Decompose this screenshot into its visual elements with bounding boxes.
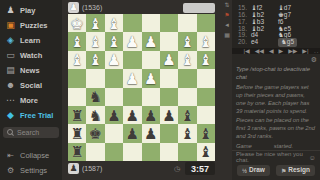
sidebar-nav: ♟Play▣Puzzles◈Learn▭Watch▤News☻Social⋯Mo…	[0, 0, 62, 123]
black-clock: 3:57	[185, 162, 215, 175]
chat-variant-message: Before the game players set up their pie…	[236, 83, 316, 140]
diamond-icon: ◆	[5, 111, 16, 120]
square[interactable]	[178, 88, 196, 106]
square[interactable]: ♟	[142, 106, 160, 124]
black-pawn-piece[interactable]: ♟	[107, 108, 120, 123]
white-bishop-piece[interactable]: ♝	[70, 34, 83, 49]
black-rook-piece[interactable]: ♜	[70, 126, 83, 141]
sidebar-item-label: News	[20, 66, 40, 75]
square[interactable]	[105, 124, 123, 142]
collapse-icon: ⇤	[5, 152, 16, 160]
white-bishop-piece[interactable]: ♝	[199, 52, 212, 67]
white-bishop-piece[interactable]: ♝	[70, 52, 83, 67]
square[interactable]: ♝	[197, 32, 215, 50]
sidebar-item-label: Puzzles	[20, 21, 48, 30]
black-pawn-piece[interactable]: ♟	[144, 108, 157, 123]
square[interactable]: ♟	[123, 106, 141, 124]
white-player-avatar: ♟	[68, 2, 79, 13]
white-clock	[183, 3, 215, 13]
move-row: 18.♝b2♞e5	[235, 25, 317, 32]
flip-board-icon[interactable]: ⇅	[224, 2, 229, 8]
square[interactable]	[160, 32, 178, 50]
white-pawn-piece[interactable]: ♟	[126, 34, 139, 49]
square[interactable]: ♟	[142, 32, 160, 50]
chat-game-started: Game started.	[236, 142, 316, 150]
white-pawn-piece[interactable]: ♟	[144, 71, 157, 86]
square[interactable]: ♟	[142, 124, 160, 142]
square[interactable]: ♝	[178, 106, 196, 124]
square[interactable]	[86, 143, 104, 161]
square[interactable]	[142, 14, 160, 32]
flag-icon[interactable]: ⚑	[224, 12, 229, 18]
white-bishop-piece[interactable]: ♝	[107, 16, 120, 31]
white-pawn-piece[interactable]: ♟	[162, 52, 175, 67]
dots-icon: ⋯	[5, 96, 16, 105]
square[interactable]: ♝	[197, 143, 215, 161]
square[interactable]: ♝	[68, 32, 86, 50]
square[interactable]: ♝	[105, 32, 123, 50]
settings-label: Settings	[20, 166, 47, 175]
square[interactable]	[68, 69, 86, 87]
square[interactable]: ♞	[86, 88, 104, 106]
square[interactable]: ♟	[105, 51, 123, 69]
collapse-label: Collapse	[20, 151, 49, 160]
clock-icon: ◷	[174, 165, 180, 172]
sidebar-item-learn[interactable]: ◈Learn	[0, 33, 62, 48]
chess-board: ♚♝♝♝♝♝♟♟♝♝♝♝♟♟♝♝♟♟♞♜♞♟♟♟♟♝♜♚♟♟♝♝♜♝	[68, 14, 215, 161]
white-bishop-piece[interactable]: ♝	[89, 34, 102, 49]
gear-icon: ⚙	[5, 167, 16, 175]
black-pawn-piece[interactable]: ♟	[126, 126, 139, 141]
sidebar-bottom: ⇤ Collapse ⚙ Settings	[0, 148, 62, 178]
chat-game-started-right: started.	[274, 142, 293, 150]
pawn-icon: ♟	[5, 6, 16, 15]
square[interactable]: ♟	[160, 106, 178, 124]
sidebar: ♟Play▣Puzzles◈Learn▭Watch▤News☻Social⋯Mo…	[0, 0, 62, 180]
chat-settings-row: ⚙	[232, 54, 320, 64]
square[interactable]	[142, 88, 160, 106]
search-input[interactable]: Search	[3, 127, 59, 138]
news-icon: ▤	[5, 66, 16, 75]
square[interactable]	[197, 14, 215, 32]
square[interactable]	[178, 69, 196, 87]
tv-icon: ▭	[5, 51, 16, 60]
white-bishop-piece[interactable]: ♝	[181, 34, 194, 49]
people-icon: ☻	[5, 81, 16, 90]
chat-messages: Type /stop-chat to deactivate chat Befor…	[232, 64, 320, 150]
square[interactable]: ♚	[86, 124, 104, 142]
square[interactable]	[160, 124, 178, 142]
sidebar-item-label: Social	[20, 81, 42, 90]
square[interactable]: ♚	[68, 14, 86, 32]
resign-label: Resign	[288, 167, 310, 174]
square[interactable]: ♞	[86, 106, 104, 124]
app-window: ♟Play▣Puzzles◈Learn▭Watch▤News☻Social⋯Mo…	[0, 0, 320, 180]
square[interactable]	[142, 51, 160, 69]
book-icon: ◈	[5, 36, 16, 45]
black-bishop-piece[interactable]: ♝	[199, 144, 212, 159]
white-bishop-piece[interactable]: ♝	[181, 52, 194, 67]
black-pawn-piece[interactable]: ♟	[126, 108, 139, 123]
sidebar-item-play[interactable]: ♟Play	[0, 3, 62, 18]
square[interactable]	[123, 14, 141, 32]
square[interactable]	[105, 69, 123, 87]
square[interactable]: ♟	[105, 106, 123, 124]
sidebar-item-label: Learn	[20, 36, 40, 45]
square[interactable]: ♜	[68, 143, 86, 161]
game-panel: 15.♝f2♝d716.♝b2♚g717.♝b3f618.♝b2♞e519.d4…	[232, 0, 320, 180]
draw-button[interactable]: ½ Draw	[237, 165, 270, 176]
sidebar-item-puzzles[interactable]: ▣Puzzles	[0, 18, 62, 33]
sidebar-item-social[interactable]: ☻Social	[0, 78, 62, 93]
sidebar-item-more[interactable]: ⋯More	[0, 93, 62, 108]
square[interactable]	[160, 69, 178, 87]
game-actions: ½ Draw ⚑ Resign	[232, 163, 320, 180]
square[interactable]	[123, 51, 141, 69]
black-king-piece[interactable]: ♚	[89, 126, 102, 141]
black-pawn-piece[interactable]: ♟	[162, 108, 175, 123]
move-row: 20.e4♞g5	[235, 39, 317, 46]
sidebar-item-label: More	[20, 96, 38, 105]
black-player-rating: (1587)	[82, 165, 102, 172]
sidebar-item-label: Watch	[20, 51, 42, 60]
square[interactable]	[160, 88, 178, 106]
square[interactable]: ♟	[160, 51, 178, 69]
square[interactable]: ♝	[86, 51, 104, 69]
collapse-button[interactable]: ⇤ Collapse	[0, 148, 62, 163]
white-pawn-piece[interactable]: ♟	[126, 71, 139, 86]
white-pawn-piece[interactable]: ♟	[144, 34, 157, 49]
sidebar-item-free-trial[interactable]: ◆Free Trial	[0, 108, 62, 123]
square[interactable]: ♝	[197, 51, 215, 69]
square[interactable]	[68, 88, 86, 106]
square[interactable]: ♟	[123, 69, 141, 87]
square[interactable]	[178, 14, 196, 32]
square[interactable]: ♜	[68, 124, 86, 142]
chat-game-started-left: Game	[236, 142, 252, 150]
puzzle-icon: ▣	[5, 21, 16, 30]
square[interactable]: ♟	[123, 32, 141, 50]
move-number: 20.	[235, 39, 247, 46]
resign-flag-icon: ⚑	[281, 168, 286, 174]
square[interactable]: ♝	[86, 14, 104, 32]
square[interactable]	[160, 14, 178, 32]
black-knight-piece[interactable]: ♞	[89, 108, 102, 123]
square[interactable]	[197, 106, 215, 124]
search-placeholder: Search	[17, 129, 39, 136]
square[interactable]	[197, 69, 215, 87]
sidebar-item-label: Free Trial	[20, 111, 53, 120]
draw-icon: ½	[242, 168, 247, 174]
black-bishop-piece[interactable]: ♝	[181, 108, 194, 123]
square[interactable]	[197, 88, 215, 106]
chat-input-placeholder: Please be nice when you chat.	[236, 151, 309, 163]
chat-notice: Type /stop-chat to deactivate chat	[236, 65, 316, 81]
white-bishop-piece[interactable]: ♝	[89, 52, 102, 67]
square[interactable]: ♝	[86, 32, 104, 50]
black-pawn-piece[interactable]: ♟	[144, 126, 157, 141]
black-player-avatar: ♟	[68, 163, 79, 174]
sound-icon[interactable]: ◄	[224, 22, 230, 28]
square[interactable]: ♝	[197, 124, 215, 142]
move-list: 15.♝f2♝d716.♝b2♚g717.♝b3f618.♝b2♞e519.d4…	[232, 0, 320, 48]
black-bishop-piece[interactable]: ♝	[181, 126, 194, 141]
white-king-piece[interactable]: ♚	[70, 16, 83, 31]
chat-input[interactable]: Please be nice when you chat. ☺	[232, 150, 320, 163]
sidebar-item-news[interactable]: ▤News	[0, 63, 62, 78]
white-pawn-piece[interactable]: ♟	[107, 52, 120, 67]
sidebar-item-label: Play	[20, 6, 35, 15]
resign-button[interactable]: ⚑ Resign	[276, 165, 315, 176]
board-settings-icon[interactable]: ▦	[224, 32, 230, 38]
square[interactable]	[178, 143, 196, 161]
sidebar-item-watch[interactable]: ▭Watch	[0, 48, 62, 63]
square[interactable]: ♟	[123, 124, 141, 142]
square[interactable]	[123, 88, 141, 106]
black-knight-piece[interactable]: ♞	[89, 89, 102, 104]
draw-label: Draw	[249, 167, 265, 174]
black-rook-piece[interactable]: ♜	[70, 108, 83, 123]
board-toolbar: ⇅⚑◄▦	[222, 2, 232, 38]
square[interactable]: ♟	[142, 69, 160, 87]
settings-button[interactable]: ⚙ Settings	[0, 163, 62, 178]
square[interactable]: ♜	[68, 106, 86, 124]
move-row: 15.♝f2♝d7	[235, 5, 317, 12]
square[interactable]	[160, 143, 178, 161]
square[interactable]	[142, 143, 160, 161]
move-row: 16.♝b2♚g7	[235, 12, 317, 19]
white-bishop-piece[interactable]: ♝	[107, 34, 120, 49]
move-black[interactable]: ♞g5	[278, 38, 297, 47]
square[interactable]: ♝	[68, 51, 86, 69]
move-row: 19.d4♞g6	[235, 32, 317, 39]
square[interactable]	[86, 69, 104, 87]
chat-panel: ⚙ Type /stop-chat to deactivate chat Bef…	[232, 54, 320, 180]
emoji-icon[interactable]: ☺	[309, 154, 316, 161]
move-row: 17.♝b3f6	[235, 19, 317, 26]
white-bishop-piece[interactable]: ♝	[89, 16, 102, 31]
square[interactable]	[105, 88, 123, 106]
square[interactable]: ♝	[178, 124, 196, 142]
black-rook-piece[interactable]: ♜	[70, 144, 83, 159]
square[interactable]	[105, 143, 123, 161]
square[interactable]: ♝	[178, 32, 196, 50]
square[interactable]: ♝	[105, 14, 123, 32]
search-icon	[7, 129, 14, 136]
chat-gear-icon[interactable]: ⚙	[311, 56, 317, 63]
white-bishop-piece[interactable]: ♝	[199, 34, 212, 49]
square[interactable]: ♝	[178, 51, 196, 69]
move-white[interactable]: e4	[251, 39, 278, 46]
white-player-rating: (1536)	[82, 4, 102, 11]
square[interactable]	[123, 143, 141, 161]
black-bishop-piece[interactable]: ♝	[199, 126, 212, 141]
